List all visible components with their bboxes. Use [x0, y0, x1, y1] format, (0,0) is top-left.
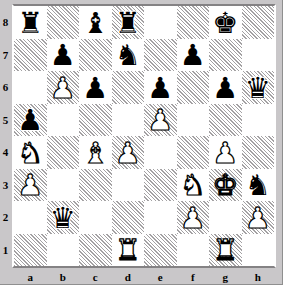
square-e3: [144, 169, 177, 202]
white-pawn-a3: ♟: [17, 171, 43, 200]
square-a2: [14, 201, 47, 234]
square-h2: ♟: [242, 201, 275, 234]
square-a3: ♟: [14, 169, 47, 202]
square-d2: [112, 201, 145, 234]
square-c6: ♟: [79, 71, 112, 104]
board: ♜♝♜♚♟♞♟♟♟♟♟♛♟♟♞♝♟♟♟♞♚♞♛♟♟♜♜: [12, 4, 276, 268]
square-h5: [242, 104, 275, 137]
square-d7: ♞: [112, 39, 145, 72]
white-knight-f3: ♞: [180, 171, 206, 200]
file-label-b: b: [47, 269, 80, 285]
square-c4: ♝: [79, 136, 112, 169]
square-c3: [79, 169, 112, 202]
square-e1: [144, 234, 177, 267]
black-king-g8: ♚: [212, 8, 238, 37]
rank-label-6: 6: [0, 71, 11, 104]
square-h3: ♞: [242, 169, 275, 202]
square-c2: [79, 201, 112, 234]
rank-labels: 87654321: [0, 6, 12, 266]
black-queen-b2: ♛: [50, 203, 76, 232]
square-g4: ♟: [209, 136, 242, 169]
square-f4: [177, 136, 210, 169]
black-rook-d8: ♜: [115, 8, 141, 37]
black-pawn-a5: ♟: [17, 106, 43, 135]
square-e7: [144, 39, 177, 72]
file-label-c: c: [79, 269, 112, 285]
square-f3: ♞: [177, 169, 210, 202]
square-f1: [177, 234, 210, 267]
square-c8: ♝: [79, 6, 112, 39]
square-g1: ♜: [209, 234, 242, 267]
square-b2: ♛: [47, 201, 80, 234]
square-b8: [47, 6, 80, 39]
rank-label-8: 8: [0, 6, 11, 39]
square-e2: [144, 201, 177, 234]
file-label-e: e: [144, 269, 177, 285]
white-pawn-g4: ♟: [212, 138, 238, 167]
square-h7: [242, 39, 275, 72]
square-b1: [47, 234, 80, 267]
white-rook-d1: ♜: [115, 236, 141, 265]
square-h4: [242, 136, 275, 169]
square-e4: [144, 136, 177, 169]
square-b4: [47, 136, 80, 169]
square-f5: [177, 104, 210, 137]
black-rook-a8: ♜: [17, 8, 43, 37]
chess-diagram: 87654321 ♜♝♜♚♟♞♟♟♟♟♟♛♟♟♞♝♟♟♟♞♚♞♛♟♟♜♜ abc…: [0, 0, 284, 286]
square-g6: ♟: [209, 71, 242, 104]
white-pawn-f2: ♟: [180, 203, 206, 232]
file-label-d: d: [112, 269, 145, 285]
square-d1: ♜: [112, 234, 145, 267]
square-b6: ♟: [47, 71, 80, 104]
square-d8: ♜: [112, 6, 145, 39]
white-pawn-b6: ♟: [50, 73, 76, 102]
square-f2: ♟: [177, 201, 210, 234]
square-g3: ♚: [209, 169, 242, 202]
square-g5: [209, 104, 242, 137]
white-pawn-h2: ♟: [245, 203, 271, 232]
black-knight-h3: ♞: [245, 171, 271, 200]
square-g7: [209, 39, 242, 72]
square-a7: [14, 39, 47, 72]
square-a8: ♜: [14, 6, 47, 39]
rank-label-1: 1: [0, 234, 11, 267]
square-c1: [79, 234, 112, 267]
square-d4: ♟: [112, 136, 145, 169]
file-label-h: h: [242, 269, 275, 285]
black-bishop-c8: ♝: [82, 8, 108, 37]
square-e8: [144, 6, 177, 39]
white-pawn-e5: ♟: [147, 106, 173, 135]
square-d6: [112, 71, 145, 104]
square-f7: ♟: [177, 39, 210, 72]
square-d3: [112, 169, 145, 202]
square-b3: [47, 169, 80, 202]
black-pawn-c6: ♟: [82, 73, 108, 102]
black-pawn-f7: ♟: [180, 41, 206, 70]
square-g8: ♚: [209, 6, 242, 39]
square-g2: [209, 201, 242, 234]
rank-label-5: 5: [0, 104, 11, 137]
black-pawn-e6: ♟: [147, 73, 173, 102]
black-pawn-g6: ♟: [212, 73, 238, 102]
square-a1: [14, 234, 47, 267]
file-label-g: g: [209, 269, 242, 285]
square-h6: ♛: [242, 71, 275, 104]
square-e5: ♟: [144, 104, 177, 137]
square-b7: ♟: [47, 39, 80, 72]
rank-label-3: 3: [0, 169, 11, 202]
square-d5: [112, 104, 145, 137]
square-e6: ♟: [144, 71, 177, 104]
file-label-a: a: [14, 269, 47, 285]
file-label-f: f: [177, 269, 210, 285]
black-pawn-b7: ♟: [50, 41, 76, 70]
black-knight-d7: ♞: [115, 41, 141, 70]
square-f8: [177, 6, 210, 39]
square-f6: [177, 71, 210, 104]
black-queen-h6: ♛: [245, 73, 271, 102]
square-a4: ♞: [14, 136, 47, 169]
square-b5: [47, 104, 80, 137]
white-bishop-c4: ♝: [82, 138, 108, 167]
white-pawn-d4: ♟: [115, 138, 141, 167]
file-labels: abcdefgh: [14, 269, 274, 285]
white-king-g3: ♚: [212, 171, 238, 200]
rank-label-2: 2: [0, 201, 11, 234]
square-c7: [79, 39, 112, 72]
square-h8: [242, 6, 275, 39]
rank-label-7: 7: [0, 39, 11, 72]
white-knight-a4: ♞: [17, 138, 43, 167]
rank-label-4: 4: [0, 136, 11, 169]
square-h1: [242, 234, 275, 267]
square-c5: [79, 104, 112, 137]
white-rook-g1: ♜: [212, 236, 238, 265]
square-a6: [14, 71, 47, 104]
square-a5: ♟: [14, 104, 47, 137]
